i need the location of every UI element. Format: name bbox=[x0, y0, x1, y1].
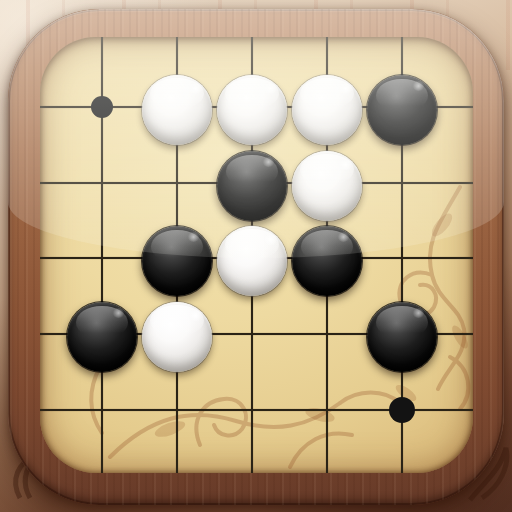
go-board bbox=[40, 37, 473, 473]
white-stone bbox=[292, 75, 362, 145]
white-stone bbox=[142, 302, 212, 372]
black-stone bbox=[292, 226, 362, 296]
white-stone bbox=[217, 75, 287, 145]
black-stone bbox=[142, 226, 212, 296]
white-stone bbox=[217, 226, 287, 296]
black-stone bbox=[367, 302, 437, 372]
black-stone bbox=[367, 75, 437, 145]
black-stone bbox=[217, 151, 287, 221]
white-stone bbox=[142, 75, 212, 145]
black-stone bbox=[67, 302, 137, 372]
star-point bbox=[389, 397, 415, 423]
go-app-icon[interactable] bbox=[8, 9, 504, 505]
star-point bbox=[91, 96, 113, 118]
white-stone bbox=[292, 151, 362, 221]
screenshot-root: { "app": { "kind": "app-icon", "descript… bbox=[0, 0, 512, 512]
